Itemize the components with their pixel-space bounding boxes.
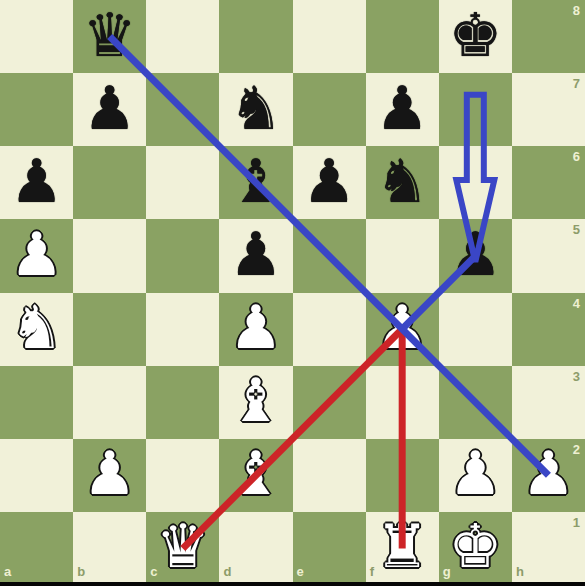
- piece-black-king[interactable]: ♚: [448, 5, 502, 65]
- piece-white-pawn[interactable]: ♟: [375, 297, 429, 357]
- piece-black-pawn[interactable]: ♟: [375, 78, 429, 138]
- square-d6[interactable]: ♝: [219, 146, 292, 219]
- square-a6[interactable]: ♟: [0, 146, 73, 219]
- square-a5[interactable]: ♟: [0, 219, 73, 292]
- square-g8[interactable]: ♚: [439, 0, 512, 73]
- piece-white-knight[interactable]: ♞: [10, 297, 64, 357]
- square-d4[interactable]: ♟: [219, 293, 292, 366]
- piece-black-pawn[interactable]: ♟: [83, 78, 137, 138]
- piece-black-bishop[interactable]: ♝: [229, 151, 283, 211]
- square-f4[interactable]: ♟: [366, 293, 439, 366]
- square-a1[interactable]: [0, 512, 73, 585]
- square-d1[interactable]: [219, 512, 292, 585]
- square-g1[interactable]: ♚: [439, 512, 512, 585]
- square-h2[interactable]: ♟: [512, 439, 585, 512]
- square-b1[interactable]: [73, 512, 146, 585]
- chess-board[interactable]: ♛♚♟♞♟♟♝♟♞♟♟♟♞♟♟♝♟♝♟♟♛♜♚: [0, 0, 585, 585]
- square-f3[interactable]: [366, 366, 439, 439]
- square-c2[interactable]: [146, 439, 219, 512]
- square-e3[interactable]: [293, 366, 366, 439]
- square-h5[interactable]: [512, 219, 585, 292]
- square-f5[interactable]: [366, 219, 439, 292]
- square-a2[interactable]: [0, 439, 73, 512]
- square-h4[interactable]: [512, 293, 585, 366]
- square-f6[interactable]: ♞: [366, 146, 439, 219]
- square-b2[interactable]: ♟: [73, 439, 146, 512]
- square-h7[interactable]: [512, 73, 585, 146]
- piece-white-bishop[interactable]: ♝: [229, 443, 283, 503]
- piece-black-pawn[interactable]: ♟: [448, 224, 502, 284]
- square-g6[interactable]: [439, 146, 512, 219]
- square-b4[interactable]: [73, 293, 146, 366]
- square-f8[interactable]: [366, 0, 439, 73]
- square-d3[interactable]: ♝: [219, 366, 292, 439]
- piece-black-pawn[interactable]: ♟: [302, 151, 356, 211]
- square-h6[interactable]: [512, 146, 585, 219]
- piece-black-queen[interactable]: ♛: [83, 5, 137, 65]
- square-a8[interactable]: [0, 0, 73, 73]
- piece-white-pawn[interactable]: ♟: [10, 224, 64, 284]
- square-g2[interactable]: ♟: [439, 439, 512, 512]
- square-g7[interactable]: [439, 73, 512, 146]
- piece-white-king[interactable]: ♚: [448, 516, 502, 576]
- square-g5[interactable]: ♟: [439, 219, 512, 292]
- square-g4[interactable]: [439, 293, 512, 366]
- square-f7[interactable]: ♟: [366, 73, 439, 146]
- square-b5[interactable]: [73, 219, 146, 292]
- piece-white-pawn[interactable]: ♟: [522, 443, 576, 503]
- square-b3[interactable]: [73, 366, 146, 439]
- piece-white-bishop[interactable]: ♝: [229, 370, 283, 430]
- square-c7[interactable]: [146, 73, 219, 146]
- square-f2[interactable]: [366, 439, 439, 512]
- piece-white-pawn[interactable]: ♟: [83, 443, 137, 503]
- square-c5[interactable]: [146, 219, 219, 292]
- square-c6[interactable]: [146, 146, 219, 219]
- square-e8[interactable]: [293, 0, 366, 73]
- square-h3[interactable]: [512, 366, 585, 439]
- square-h1[interactable]: [512, 512, 585, 585]
- square-a7[interactable]: [0, 73, 73, 146]
- piece-black-knight[interactable]: ♞: [375, 151, 429, 211]
- square-d8[interactable]: [219, 0, 292, 73]
- square-d5[interactable]: ♟: [219, 219, 292, 292]
- chess-board-app: ♛♚♟♞♟♟♝♟♞♟♟♟♞♟♟♝♟♝♟♟♛♜♚ a b c d e f g h …: [0, 0, 585, 586]
- square-e6[interactable]: ♟: [293, 146, 366, 219]
- square-e7[interactable]: [293, 73, 366, 146]
- piece-black-pawn[interactable]: ♟: [229, 224, 283, 284]
- piece-white-rook[interactable]: ♜: [375, 516, 429, 576]
- square-b6[interactable]: [73, 146, 146, 219]
- piece-white-pawn[interactable]: ♟: [448, 443, 502, 503]
- square-c1[interactable]: ♛: [146, 512, 219, 585]
- square-e2[interactable]: [293, 439, 366, 512]
- square-f1[interactable]: ♜: [366, 512, 439, 585]
- square-c3[interactable]: [146, 366, 219, 439]
- piece-white-queen[interactable]: ♛: [156, 516, 210, 576]
- square-h8[interactable]: [512, 0, 585, 73]
- bottom-border: [0, 582, 585, 586]
- square-b8[interactable]: ♛: [73, 0, 146, 73]
- square-b7[interactable]: ♟: [73, 73, 146, 146]
- square-c8[interactable]: [146, 0, 219, 73]
- square-e1[interactable]: [293, 512, 366, 585]
- square-d2[interactable]: ♝: [219, 439, 292, 512]
- square-a4[interactable]: ♞: [0, 293, 73, 366]
- piece-black-knight[interactable]: ♞: [229, 78, 283, 138]
- square-g3[interactable]: [439, 366, 512, 439]
- square-a3[interactable]: [0, 366, 73, 439]
- square-e5[interactable]: [293, 219, 366, 292]
- square-c4[interactable]: [146, 293, 219, 366]
- square-d7[interactable]: ♞: [219, 73, 292, 146]
- square-e4[interactable]: [293, 293, 366, 366]
- piece-white-pawn[interactable]: ♟: [229, 297, 283, 357]
- piece-black-pawn[interactable]: ♟: [10, 151, 64, 211]
